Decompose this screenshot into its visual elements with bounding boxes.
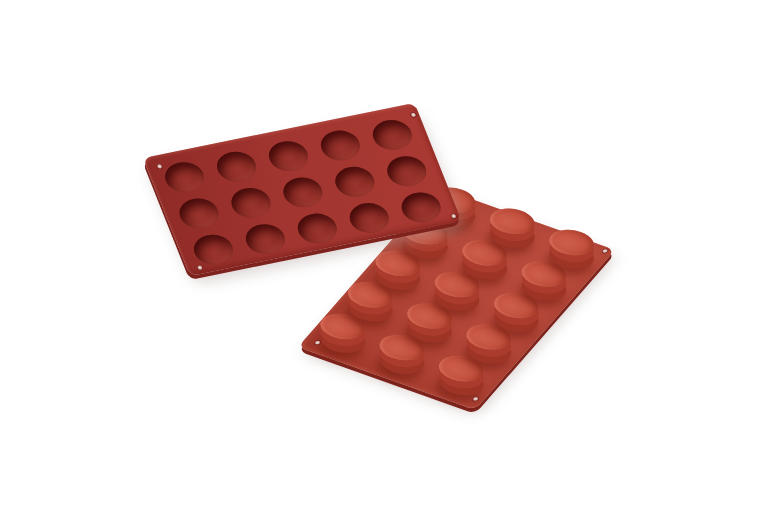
corner-hole xyxy=(449,213,458,220)
corner-hole xyxy=(195,264,204,271)
mold-cavity xyxy=(330,163,379,199)
product-photo: Two red-brown silicone baking trays on a… xyxy=(0,0,764,520)
corner-hole xyxy=(471,395,481,402)
mold-cavity xyxy=(293,210,342,246)
mold-cavity xyxy=(397,189,446,225)
corner-hole xyxy=(313,339,323,346)
photo-alt-text: Two red-brown silicone baking trays on a… xyxy=(0,0,1,1)
corner-hole xyxy=(409,112,418,119)
corner-hole xyxy=(600,247,610,254)
mold-cavity xyxy=(189,231,238,267)
corner-hole xyxy=(155,163,164,170)
mold-cavity xyxy=(368,116,417,152)
mold-cavity xyxy=(264,137,313,173)
mold-cavity xyxy=(382,153,431,189)
mold-cavity xyxy=(212,148,261,184)
mold-cavity xyxy=(345,199,394,235)
mold-cavity xyxy=(174,195,223,231)
mold-cavity xyxy=(160,159,209,195)
mold-cavity xyxy=(241,220,290,256)
mold-cavity xyxy=(316,127,365,163)
mold-cavity xyxy=(278,174,327,210)
mold-cavity xyxy=(226,184,275,220)
